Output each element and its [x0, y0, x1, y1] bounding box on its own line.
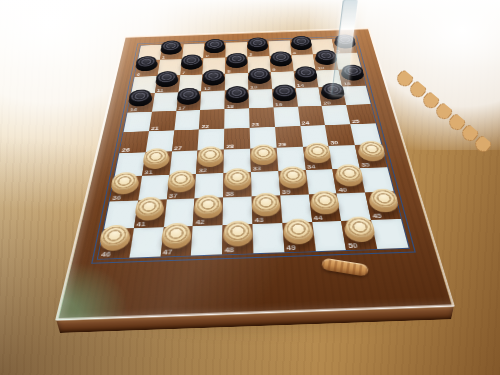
black-piece-16[interactable]	[129, 96, 153, 110]
white-piece-34[interactable]	[304, 149, 330, 166]
square-number: 21	[151, 126, 159, 131]
square-26[interactable]: 26	[119, 131, 149, 153]
square-33[interactable]: 33	[250, 148, 278, 172]
black-piece-4[interactable]	[291, 42, 312, 53]
board-grid: 1234567891011121314151617181920212223242…	[97, 38, 410, 260]
board-front-edge	[56, 306, 454, 333]
square-46[interactable]: 46	[98, 228, 134, 259]
square-12[interactable]: 12	[202, 74, 226, 92]
perspective-wrapper: 1234567891011121314151617181920212223242…	[0, 0, 500, 375]
white-piece-49[interactable]	[284, 226, 313, 248]
square-7[interactable]: 7	[180, 58, 204, 75]
black-piece-8[interactable]	[227, 59, 247, 71]
square-21[interactable]: 21	[149, 111, 176, 132]
white-piece-43[interactable]	[253, 200, 280, 220]
square-27[interactable]: 27	[172, 130, 200, 152]
light-square	[129, 227, 163, 258]
draughts-photo-scene: 1234567891011121314151617181920212223242…	[0, 0, 500, 375]
square-number: 24	[301, 121, 309, 126]
white-piece-48[interactable]	[224, 228, 251, 250]
square-24[interactable]: 24	[298, 106, 326, 126]
white-piece-42[interactable]	[195, 202, 222, 222]
square-36[interactable]: 36	[110, 176, 142, 202]
light-square	[174, 110, 200, 131]
square-11[interactable]: 11	[155, 75, 180, 93]
square-number: 27	[174, 146, 182, 151]
white-piece-31[interactable]	[144, 155, 170, 172]
white-piece-36[interactable]	[112, 179, 140, 198]
square-number: 25	[351, 119, 360, 124]
wooden-peg[interactable]	[321, 258, 369, 277]
square-35[interactable]: 35	[355, 144, 387, 168]
square-50[interactable]: 50	[341, 220, 377, 250]
black-piece-3[interactable]	[248, 43, 268, 54]
draughts-board: 1234567891011121314151617181920212223242…	[59, 29, 452, 319]
square-2[interactable]: 2	[204, 43, 226, 59]
square-28[interactable]: 28	[224, 128, 250, 150]
square-43[interactable]: 43	[252, 196, 282, 224]
light-square	[252, 223, 284, 254]
square-32[interactable]: 32	[196, 150, 224, 174]
square-1[interactable]: 1	[160, 44, 184, 60]
white-piece-35[interactable]	[357, 148, 385, 165]
square-41[interactable]: 41	[134, 200, 167, 228]
square-18[interactable]: 18	[225, 90, 249, 109]
square-14[interactable]: 14	[293, 70, 319, 88]
square-39[interactable]: 39	[278, 170, 308, 196]
square-19[interactable]: 19	[272, 88, 298, 107]
light-square	[224, 108, 249, 129]
square-31[interactable]: 31	[142, 152, 172, 176]
black-piece-19[interactable]	[273, 91, 296, 105]
square-number: 30	[330, 141, 339, 146]
white-piece-44[interactable]	[311, 198, 340, 218]
square-number: 23	[251, 122, 259, 127]
black-piece-18[interactable]	[226, 92, 248, 106]
black-piece-17[interactable]	[178, 94, 200, 108]
black-piece-2[interactable]	[205, 45, 225, 56]
square-49[interactable]: 49	[282, 222, 315, 253]
square-number: 29	[278, 142, 286, 147]
square-25[interactable]: 25	[346, 104, 375, 124]
light-square	[152, 92, 178, 111]
light-square	[248, 89, 273, 108]
square-37[interactable]: 37	[166, 174, 196, 200]
white-piece-37[interactable]	[168, 177, 194, 196]
square-29[interactable]: 29	[275, 126, 303, 148]
white-piece-47[interactable]	[162, 230, 191, 252]
black-piece-1[interactable]	[161, 46, 182, 57]
black-piece-11[interactable]	[156, 78, 178, 91]
light-square	[200, 91, 225, 110]
white-piece-33[interactable]	[252, 151, 277, 168]
square-3[interactable]: 3	[247, 41, 269, 57]
white-piece-39[interactable]	[280, 173, 307, 191]
white-piece-46[interactable]	[101, 232, 132, 254]
square-4[interactable]: 4	[290, 40, 314, 56]
light-square	[124, 112, 152, 133]
square-6[interactable]: 6	[135, 60, 160, 77]
square-number: 22	[201, 124, 209, 129]
square-8[interactable]: 8	[225, 57, 248, 74]
white-piece-32[interactable]	[198, 153, 222, 170]
white-piece-41[interactable]	[136, 204, 164, 224]
light-square	[295, 87, 322, 106]
light-square	[273, 106, 300, 126]
black-piece-12[interactable]	[203, 76, 224, 89]
square-number: 28	[226, 144, 234, 149]
white-piece-38[interactable]	[225, 175, 250, 194]
black-piece-9[interactable]	[271, 58, 292, 70]
light-square	[191, 225, 223, 256]
square-13[interactable]: 13	[248, 72, 272, 90]
square-45[interactable]: 45	[365, 192, 400, 220]
square-17[interactable]: 17	[176, 91, 201, 110]
square-42[interactable]: 42	[193, 198, 223, 226]
white-piece-50[interactable]	[344, 224, 375, 246]
square-number: 26	[121, 148, 130, 153]
black-piece-7[interactable]	[181, 61, 202, 73]
black-piece-13[interactable]	[249, 74, 270, 87]
square-23[interactable]: 23	[249, 107, 275, 128]
light-square	[371, 219, 408, 249]
white-piece-40[interactable]	[335, 172, 363, 190]
square-44[interactable]: 44	[309, 194, 342, 222]
square-38[interactable]: 38	[223, 172, 251, 198]
black-piece-6[interactable]	[136, 62, 158, 74]
square-16[interactable]: 16	[128, 93, 155, 112]
white-piece-45[interactable]	[368, 196, 398, 216]
square-22[interactable]: 22	[199, 109, 225, 130]
square-40[interactable]: 40	[333, 168, 366, 194]
square-34[interactable]: 34	[303, 146, 333, 170]
board-border: 1234567891011121314151617181920212223242…	[91, 36, 416, 264]
square-48[interactable]: 48	[222, 224, 253, 255]
square-9[interactable]: 9	[269, 55, 293, 72]
square-47[interactable]: 47	[160, 226, 193, 257]
black-piece-14[interactable]	[295, 73, 317, 86]
